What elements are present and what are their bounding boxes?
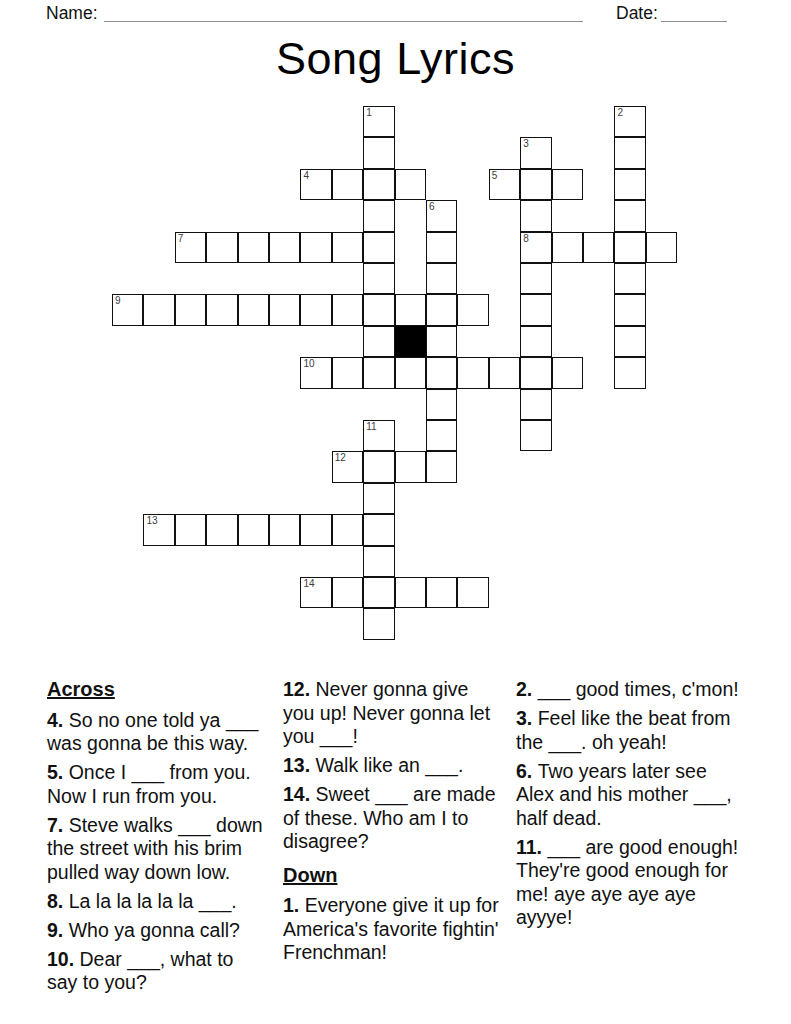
- grid-cell[interactable]: 9: [112, 294, 143, 325]
- grid-cell[interactable]: 4: [300, 169, 331, 200]
- clue-across-10: 10. Dear ___, what to say to you?: [47, 948, 269, 995]
- grid-cell[interactable]: [269, 294, 300, 325]
- grid-cell[interactable]: [363, 357, 394, 388]
- grid-cell[interactable]: [426, 577, 457, 608]
- grid-cell[interactable]: [552, 357, 583, 388]
- grid-cell[interactable]: [614, 263, 645, 294]
- grid-cell[interactable]: [269, 232, 300, 263]
- grid-cell[interactable]: [332, 577, 363, 608]
- grid-cell[interactable]: [520, 294, 551, 325]
- clue-number: 11.: [516, 836, 547, 858]
- grid-cell[interactable]: [206, 232, 237, 263]
- grid-cell[interactable]: [332, 514, 363, 545]
- down-header: Down: [283, 864, 505, 888]
- grid-cell[interactable]: [520, 420, 551, 451]
- puzzle-title: Song Lyrics: [0, 33, 791, 85]
- grid-cell[interactable]: [614, 200, 645, 231]
- clue-across-7: 7. Steve walks ___ down the street with …: [47, 814, 269, 885]
- grid-cell[interactable]: [426, 357, 457, 388]
- grid-cell[interactable]: [363, 483, 394, 514]
- grid-cell[interactable]: [426, 326, 457, 357]
- grid-cell[interactable]: [583, 232, 614, 263]
- grid-cell[interactable]: [363, 577, 394, 608]
- grid-cell[interactable]: [552, 232, 583, 263]
- grid-cell[interactable]: [426, 420, 457, 451]
- clue-number-badge: 14: [303, 578, 314, 589]
- clue-number-badge: 11: [366, 421, 376, 432]
- grid-cell[interactable]: [457, 357, 488, 388]
- name-label: Name:: [46, 3, 98, 24]
- grid-cell[interactable]: [646, 232, 677, 263]
- grid-cell[interactable]: [520, 263, 551, 294]
- clue-down-2: 2. ___ good times, c'mon!: [516, 678, 748, 702]
- grid-cell[interactable]: [395, 451, 426, 482]
- grid-cell[interactable]: [363, 294, 394, 325]
- grid-cell[interactable]: [614, 137, 645, 168]
- date-blank-line: [661, 2, 727, 22]
- grid-cell[interactable]: [614, 294, 645, 325]
- date-label: Date:: [616, 3, 658, 24]
- clue-down-6: 6. Two years later see Alex and his moth…: [516, 760, 748, 831]
- grid-cell[interactable]: [520, 326, 551, 357]
- grid-cell[interactable]: [363, 514, 394, 545]
- grid-cell[interactable]: 2: [614, 106, 645, 137]
- clue-across-4: 4. So no one told ya ___ was gonna be th…: [47, 709, 269, 756]
- clue-number: 14.: [283, 783, 316, 805]
- clue-number-badge: 2: [617, 107, 623, 118]
- clue-number: 4.: [47, 709, 69, 731]
- grid-cell[interactable]: 5: [489, 169, 520, 200]
- clue-number: 2.: [516, 678, 538, 700]
- grid-cell[interactable]: 7: [175, 232, 206, 263]
- grid-cell[interactable]: [238, 294, 269, 325]
- grid-cell[interactable]: [614, 169, 645, 200]
- clue-number-badge: 6: [429, 201, 435, 212]
- grid-cell[interactable]: [614, 232, 645, 263]
- grid-cell[interactable]: [175, 514, 206, 545]
- grid-cell[interactable]: [426, 294, 457, 325]
- clue-number-badge: 8: [523, 233, 529, 244]
- grid-cell[interactable]: [363, 608, 394, 639]
- clue-across-13: 13. Walk like an ___.: [283, 754, 505, 778]
- grid-cell[interactable]: 10: [300, 357, 331, 388]
- grid-cell[interactable]: [520, 200, 551, 231]
- clue-down-11: 11. ___ are good enough! They're good en…: [516, 836, 748, 930]
- clue-number-badge: 4: [303, 170, 309, 181]
- grid-cell[interactable]: [206, 514, 237, 545]
- clue-number: 1.: [283, 894, 305, 916]
- name-blank-line: [104, 2, 583, 22]
- grid-cell[interactable]: [363, 137, 394, 168]
- grid-cell[interactable]: [426, 263, 457, 294]
- grid-cell[interactable]: [395, 357, 426, 388]
- clue-number: 8.: [47, 890, 69, 912]
- grid-cell[interactable]: [363, 263, 394, 294]
- clue-column-1: Across4. So no one told ya ___ was gonna…: [47, 678, 269, 1000]
- grid-cell[interactable]: [457, 577, 488, 608]
- grid-cell[interactable]: 14: [300, 577, 331, 608]
- grid-cell[interactable]: [552, 169, 583, 200]
- clue-across-9: 9. Who ya gonna call?: [47, 919, 269, 943]
- grid-cell[interactable]: [426, 451, 457, 482]
- grid-cell[interactable]: [300, 232, 331, 263]
- grid-cell[interactable]: 11: [363, 420, 394, 451]
- grid-cell[interactable]: [363, 546, 394, 577]
- grid-cell[interactable]: [363, 232, 394, 263]
- grid-cell[interactable]: [489, 357, 520, 388]
- grid-cell[interactable]: [614, 326, 645, 357]
- clue-down-1: 1. Everyone give it up for America's fav…: [283, 894, 505, 965]
- black-cell: [395, 326, 426, 357]
- grid-cell[interactable]: 8: [520, 232, 551, 263]
- grid-cell[interactable]: [426, 389, 457, 420]
- crossword-grid: 1234567891011121314: [112, 106, 678, 641]
- clue-number-badge: 7: [178, 233, 184, 244]
- clue-number-badge: 5: [492, 170, 498, 181]
- clue-number-badge: 9: [115, 295, 121, 306]
- grid-cell[interactable]: 6: [426, 200, 457, 231]
- grid-cell[interactable]: [363, 326, 394, 357]
- grid-cell[interactable]: [520, 169, 551, 200]
- clue-number-badge: 3: [523, 138, 529, 149]
- clue-number: 10.: [47, 948, 80, 970]
- grid-cell[interactable]: [143, 294, 174, 325]
- grid-cell[interactable]: 3: [520, 137, 551, 168]
- clue-number-badge: 13: [146, 515, 157, 526]
- grid-cell[interactable]: [175, 294, 206, 325]
- across-header: Across: [47, 678, 269, 702]
- grid-cell[interactable]: [300, 294, 331, 325]
- grid-cell[interactable]: [363, 200, 394, 231]
- grid-cell[interactable]: [206, 294, 237, 325]
- clue-number-badge: 12: [335, 452, 346, 463]
- grid-cell[interactable]: [426, 232, 457, 263]
- grid-cell[interactable]: [300, 514, 331, 545]
- grid-cell[interactable]: [238, 232, 269, 263]
- grid-cell[interactable]: [238, 514, 269, 545]
- grid-cell[interactable]: [614, 357, 645, 388]
- grid-cell[interactable]: [520, 389, 551, 420]
- clue-number: 5.: [47, 761, 69, 783]
- clue-number: 9.: [47, 919, 69, 941]
- grid-cell[interactable]: [332, 357, 363, 388]
- grid-cell[interactable]: 12: [332, 451, 363, 482]
- clue-down-3: 3. Feel like the beat from the ___. oh y…: [516, 707, 748, 754]
- clue-number-badge: 1: [366, 107, 372, 118]
- grid-cell[interactable]: [269, 514, 300, 545]
- grid-cell[interactable]: [363, 451, 394, 482]
- clue-number: 6.: [516, 760, 538, 782]
- clue-column-2: 12. Never gonna give you up! Never gonna…: [283, 678, 505, 970]
- grid-cell[interactable]: [395, 294, 426, 325]
- grid-cell[interactable]: [395, 577, 426, 608]
- grid-cell[interactable]: [520, 357, 551, 388]
- grid-cell[interactable]: 1: [363, 106, 394, 137]
- clue-across-8: 8. La la la la la la ___.: [47, 890, 269, 914]
- clue-number: 7.: [47, 814, 69, 836]
- clue-number: 3.: [516, 707, 538, 729]
- grid-cell[interactable]: [332, 294, 363, 325]
- clue-column-3: 2. ___ good times, c'mon!3. Feel like th…: [516, 678, 748, 935]
- clue-number: 12.: [283, 678, 316, 700]
- grid-cell[interactable]: [395, 169, 426, 200]
- grid-cell[interactable]: [332, 232, 363, 263]
- clue-number-badge: 10: [303, 358, 314, 369]
- grid-cell[interactable]: 13: [143, 514, 174, 545]
- clue-number: 13.: [283, 754, 316, 776]
- grid-cell[interactable]: [457, 294, 488, 325]
- clue-across-5: 5. Once I ___ from you. Now I run from y…: [47, 761, 269, 808]
- grid-cell[interactable]: [332, 169, 363, 200]
- clue-across-14: 14. Sweet ___ are made of these. Who am …: [283, 783, 505, 854]
- grid-cell[interactable]: [363, 169, 394, 200]
- clue-across-12: 12. Never gonna give you up! Never gonna…: [283, 678, 505, 749]
